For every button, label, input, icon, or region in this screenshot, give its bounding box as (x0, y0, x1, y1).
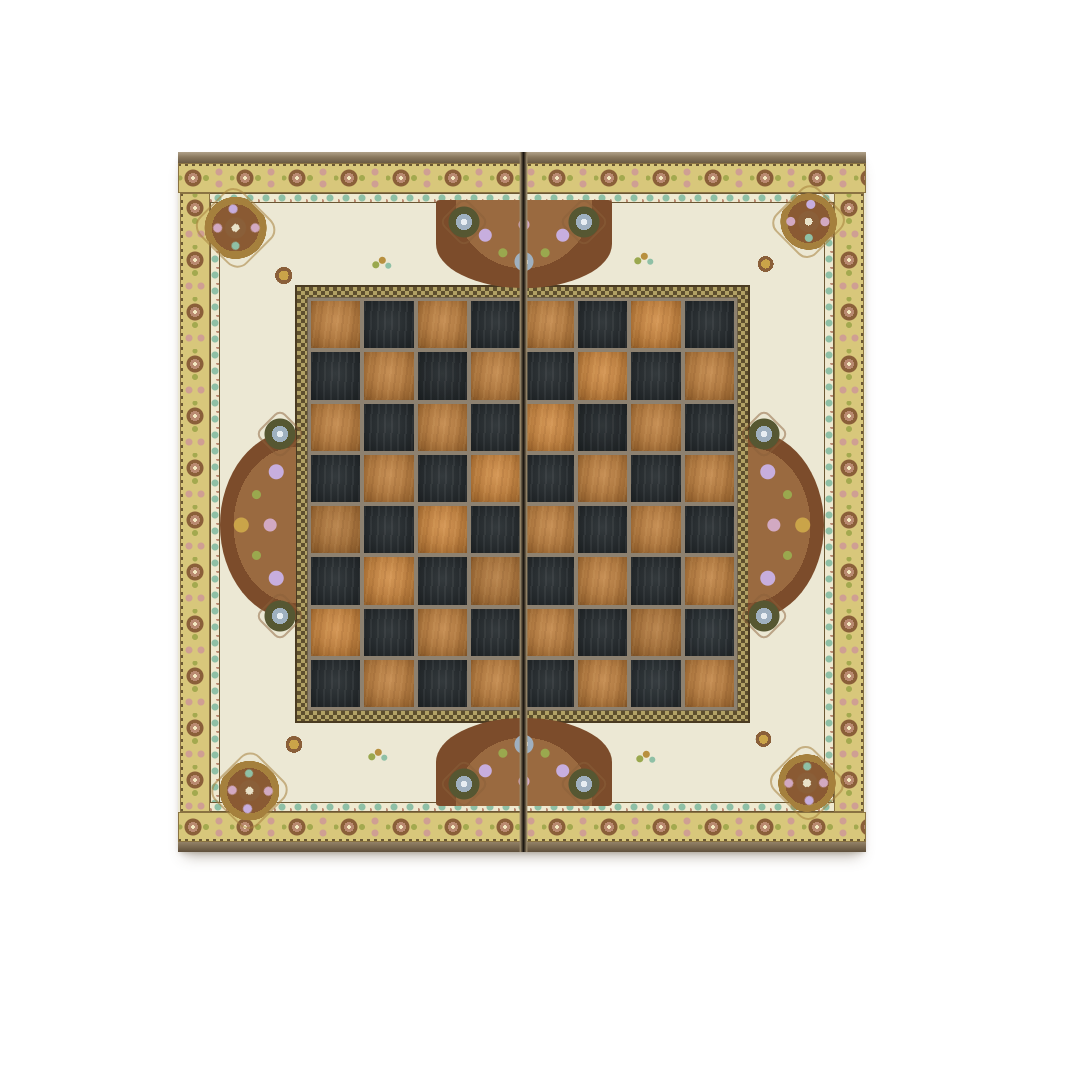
square-c5 (418, 455, 467, 502)
floral-motif-icon (220, 430, 296, 620)
square-c8 (418, 301, 467, 348)
square-c4 (418, 506, 467, 553)
square-c6 (418, 404, 467, 451)
square-b3 (364, 557, 413, 604)
square-e4 (525, 506, 574, 553)
square-h3 (685, 557, 734, 604)
square-g4 (631, 506, 680, 553)
square-e3 (525, 557, 574, 604)
square-a1 (311, 660, 360, 707)
square-b2 (364, 609, 413, 656)
medallion-left (220, 430, 296, 620)
product-photo (0, 0, 1080, 1080)
square-g6 (631, 404, 680, 451)
square-d3 (471, 557, 520, 604)
folding-chessboard (178, 152, 866, 852)
square-g5 (631, 455, 680, 502)
square-b7 (364, 352, 413, 399)
square-e5 (525, 455, 574, 502)
arabesque-motif-icon (752, 730, 840, 812)
square-d4 (471, 506, 520, 553)
corner-ornament-bottom-left (216, 735, 306, 821)
square-a7 (311, 352, 360, 399)
square-g7 (631, 352, 680, 399)
square-g8 (631, 301, 680, 348)
trim-border-right (824, 203, 834, 802)
square-e6 (525, 404, 574, 451)
square-f3 (578, 557, 627, 604)
square-e8 (525, 301, 574, 348)
square-d7 (471, 352, 520, 399)
square-b1 (364, 660, 413, 707)
square-h2 (685, 609, 734, 656)
square-h7 (685, 352, 734, 399)
square-f1 (578, 660, 627, 707)
square-d8 (471, 301, 520, 348)
square-b5 (364, 455, 413, 502)
square-d6 (471, 404, 520, 451)
square-g2 (631, 609, 680, 656)
square-b6 (364, 404, 413, 451)
square-c3 (418, 557, 467, 604)
leaf-sprig-icon (368, 254, 394, 272)
square-a2 (311, 609, 360, 656)
square-e2 (525, 609, 574, 656)
square-g3 (631, 557, 680, 604)
square-a3 (311, 557, 360, 604)
square-a4 (311, 506, 360, 553)
square-e7 (525, 352, 574, 399)
arabesque-motif-icon (200, 197, 296, 285)
square-f7 (578, 352, 627, 399)
square-a5 (311, 455, 360, 502)
gold-border-left (180, 193, 210, 812)
medallion-right (748, 430, 824, 620)
square-d2 (471, 609, 520, 656)
arabesque-motif-icon (754, 193, 840, 273)
corner-ornament-bottom-right (752, 730, 840, 812)
square-f2 (578, 609, 627, 656)
gold-border-right (834, 193, 864, 812)
square-c1 (418, 660, 467, 707)
square-g1 (631, 660, 680, 707)
square-h8 (685, 301, 734, 348)
square-f6 (578, 404, 627, 451)
leaf-sprig-icon (364, 746, 390, 764)
arabesque-motif-icon (216, 735, 306, 821)
leaf-sprig-icon (632, 748, 658, 766)
square-f5 (578, 455, 627, 502)
square-d5 (471, 455, 520, 502)
square-h1 (685, 660, 734, 707)
square-c2 (418, 609, 467, 656)
square-e1 (525, 660, 574, 707)
square-d1 (471, 660, 520, 707)
leaf-sprig-icon (630, 250, 656, 268)
square-a6 (311, 404, 360, 451)
corner-ornament-top-left (200, 197, 296, 285)
fold-seam (519, 152, 528, 852)
corner-ornament-top-right (754, 193, 840, 273)
square-h6 (685, 404, 734, 451)
square-c7 (418, 352, 467, 399)
square-h4 (685, 506, 734, 553)
square-h5 (685, 455, 734, 502)
square-a8 (311, 301, 360, 348)
floral-motif-icon (748, 430, 824, 620)
square-f8 (578, 301, 627, 348)
square-b4 (364, 506, 413, 553)
trim-border-left (210, 203, 220, 802)
square-b8 (364, 301, 413, 348)
square-f4 (578, 506, 627, 553)
